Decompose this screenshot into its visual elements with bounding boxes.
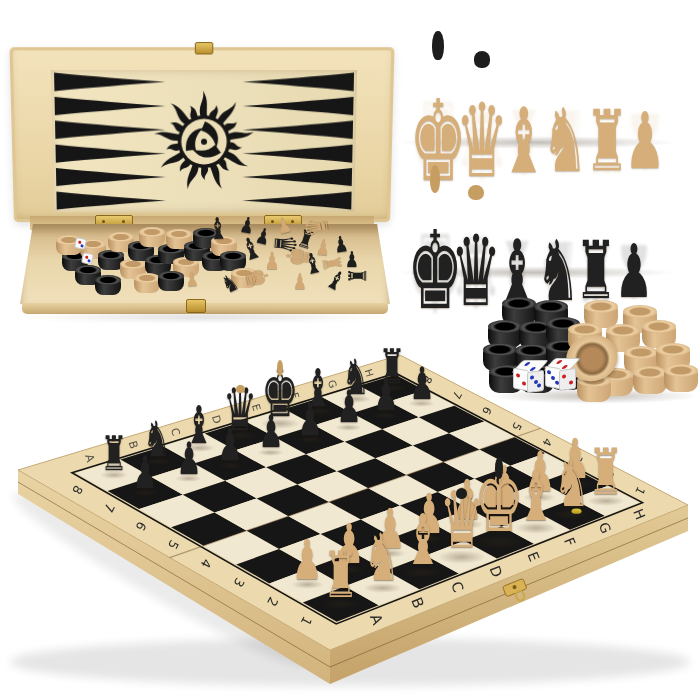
product-photo-canvas: { "game": "chess (3-in-1 wooden folding …: [0, 0, 700, 700]
price-sticker: [572, 509, 582, 514]
chess-board: AABBCCDDEEFFGGHH8877665544332211: [0, 0, 700, 700]
